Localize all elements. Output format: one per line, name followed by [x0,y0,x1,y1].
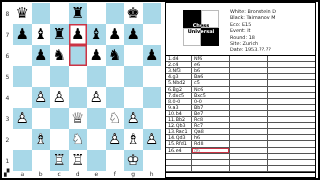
white-p-piece: ♙ [32,87,51,108]
square-a2[interactable] [13,129,32,150]
chess-board[interactable]: ♛♜♚♟♝♜♟♝♟♟♟♞♟♞♟♟♙♟♙♟♙♟♙♛♕♞♘♟♙♝♗♞♘♟♙♝♗♟♙♜… [13,3,161,171]
square-h8[interactable] [143,3,162,24]
square-f2[interactable]: ♟♙ [106,129,125,150]
move-empty-w-2[interactable] [166,166,192,172]
white-p-piece: ♙ [13,108,32,129]
square-f1[interactable] [106,150,125,171]
square-g1[interactable]: ♚♔ [124,150,143,171]
white-n-piece: ♘ [106,108,125,129]
square-e6[interactable]: ♟ [87,45,106,66]
black-p-piece: ♟ [13,24,32,45]
square-a5[interactable] [13,66,32,87]
square-c5[interactable] [50,66,69,87]
file-labels: abcdefgh [13,170,161,178]
black-r-piece: ♜ [69,3,88,24]
move-empty-v2-2[interactable] [268,166,315,172]
move-empty-b-2[interactable] [192,166,230,172]
square-b7[interactable]: ♝ [32,24,51,45]
square-a3[interactable]: ♟♙ [13,108,32,129]
square-f7[interactable]: ♟ [106,24,125,45]
info-panel: Chess Universal White: Bronstein DBlack:… [165,2,316,178]
square-b4[interactable]: ♟♙ [32,87,51,108]
black-p-piece: ♟ [69,24,88,45]
square-e7[interactable]: ♝ [87,24,106,45]
white-p-piece: ♙ [87,87,106,108]
square-b6[interactable]: ♟ [32,45,51,66]
square-c2[interactable] [50,129,69,150]
square-e8[interactable] [87,3,106,24]
rank-label-7: 7 [2,24,13,45]
square-c1[interactable]: ♜♖ [50,150,69,171]
square-g5[interactable] [124,66,143,87]
white-p-piece: ♙ [124,108,143,129]
square-b1[interactable] [32,150,51,171]
square-d6[interactable] [69,45,88,66]
square-h7[interactable] [143,24,162,45]
file-label-h: h [143,170,162,178]
black-p-piece: ♟ [143,45,162,66]
square-e4[interactable]: ♟♙ [87,87,106,108]
square-c4[interactable]: ♟♙ [50,87,69,108]
rank-label-1: 1 [2,150,13,171]
black-r-piece: ♜ [50,24,69,45]
rank-label-6: 6 [2,45,13,66]
square-f5[interactable] [106,66,125,87]
file-label-e: e [87,170,106,178]
white-r-piece: ♖ [69,150,88,171]
square-h2[interactable]: ♟♙ [143,129,162,150]
square-d1[interactable]: ♜♖ [69,150,88,171]
square-c7[interactable]: ♜ [50,24,69,45]
square-f8[interactable] [106,3,125,24]
square-d4[interactable] [69,87,88,108]
black-p-piece: ♟ [32,45,51,66]
white-b-piece: ♗ [124,129,143,150]
logo-text-line2: Universal [183,28,219,34]
square-b5[interactable] [32,66,51,87]
square-e5[interactable] [87,66,106,87]
move-empty-v1-2[interactable] [230,166,268,172]
white-q-piece: ♕ [69,108,88,129]
square-d5[interactable] [69,66,88,87]
black-q-piece: ♛ [13,3,32,24]
rank-label-4: 4 [2,87,13,108]
black-n-piece: ♞ [50,45,69,66]
moves-table[interactable]: 1.d4Nf62.c4e63.Nf3b64.g3Ba65.Nbd2c56.Bg2… [166,55,315,173]
black-p-piece: ♟ [106,24,125,45]
white-b-piece: ♗ [32,129,51,150]
square-c3[interactable] [50,108,69,129]
square-e2[interactable] [87,129,106,150]
rank-label-3: 3 [2,108,13,129]
square-d8[interactable]: ♜ [69,3,88,24]
file-label-a: a [13,170,32,178]
black-p-piece: ♟ [87,45,106,66]
square-a7[interactable]: ♟ [13,24,32,45]
square-a1[interactable] [13,150,32,171]
black-k-piece: ♚ [124,3,143,24]
square-g4[interactable] [124,87,143,108]
square-b3[interactable] [32,108,51,129]
square-h3[interactable] [143,108,162,129]
black-p-piece: ♟ [124,24,143,45]
file-label-c: c [50,170,69,178]
game-info-line-6: Date: 1953.??.?? [230,46,314,52]
square-g7[interactable]: ♟ [124,24,143,45]
square-g2[interactable]: ♝♗ [124,129,143,150]
black-b-piece: ♝ [32,24,51,45]
white-p-piece: ♙ [106,129,125,150]
logo-text: Chess Universal [183,22,219,34]
square-f6[interactable]: ♞ [106,45,125,66]
square-g3[interactable]: ♟♙ [124,108,143,129]
file-label-b: b [32,170,51,178]
square-g6[interactable] [124,45,143,66]
square-a8[interactable]: ♛ [13,3,32,24]
square-g8[interactable]: ♚ [124,3,143,24]
white-r-piece: ♖ [50,150,69,171]
app-window: 87654321 ♛♜♚♟♝♜♟♝♟♟♟♞♟♞♟♟♙♟♙♟♙♟♙♛♕♞♘♟♙♝♗… [0,0,320,180]
chess-university-logo: Chess Universal [183,10,219,46]
square-c6[interactable]: ♞ [50,45,69,66]
game-info: White: Bronstein DBlack: Taimanov MEco: … [230,8,314,53]
rank-label-2: 2 [2,129,13,150]
white-p-piece: ♙ [143,129,162,150]
rank-label-5: 5 [2,66,13,87]
square-a6[interactable] [13,45,32,66]
square-f4[interactable] [106,87,125,108]
square-h6[interactable]: ♟ [143,45,162,66]
square-d7[interactable]: ♟ [69,24,88,45]
square-e1[interactable] [87,150,106,171]
square-h4[interactable] [143,87,162,108]
square-b8[interactable] [32,3,51,24]
rank-labels: 87654321 [2,3,13,171]
board-corner-icon: ▞ [4,169,9,177]
black-n-piece: ♞ [106,45,125,66]
square-f3[interactable]: ♞♘ [106,108,125,129]
square-a4[interactable] [13,87,32,108]
black-b-piece: ♝ [87,24,106,45]
file-label-f: f [106,170,125,178]
rank-label-8: 8 [2,3,13,24]
square-h5[interactable] [143,66,162,87]
white-n-piece: ♘ [69,129,88,150]
square-h1[interactable] [143,150,162,171]
square-d3[interactable]: ♛♕ [69,108,88,129]
file-label-d: d [69,170,88,178]
square-e3[interactable] [87,108,106,129]
white-p-piece: ♙ [50,87,69,108]
square-d2[interactable]: ♞♘ [69,129,88,150]
square-c8[interactable] [50,3,69,24]
square-b2[interactable]: ♝♗ [32,129,51,150]
white-k-piece: ♔ [124,150,143,171]
file-label-g: g [124,170,143,178]
